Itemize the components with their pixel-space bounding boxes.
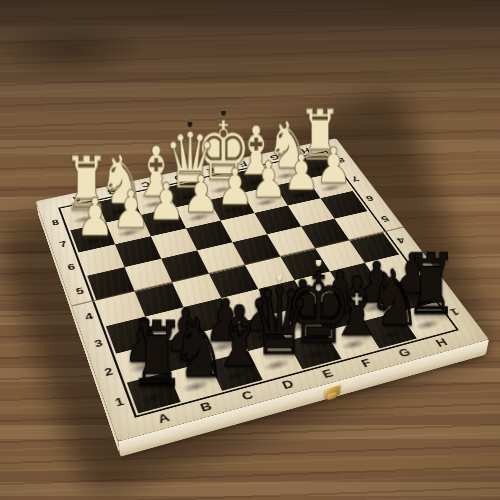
black-rook-glyph: ♜ bbox=[129, 311, 185, 401]
brass-clasp[interactable] bbox=[324, 384, 340, 398]
finial-light-icon bbox=[277, 273, 283, 282]
piece-black-rook-a1[interactable]: ♜ bbox=[127, 372, 181, 414]
finial-dark-icon bbox=[221, 109, 226, 116]
finial-light-icon bbox=[316, 258, 322, 267]
perspective-wrapper: AABBCCDDEEFFGGHH1122334455667788 ♜♞♝♛♚♝♞… bbox=[0, 0, 500, 500]
chess-board: AABBCCDDEEFFGGHH1122334455667788 ♜♞♝♛♚♝♞… bbox=[36, 138, 489, 441]
chess-set-photo: AABBCCDDEEFFGGHH1122334455667788 ♜♞♝♛♚♝♞… bbox=[0, 0, 500, 500]
finial-dark-icon bbox=[188, 120, 193, 127]
